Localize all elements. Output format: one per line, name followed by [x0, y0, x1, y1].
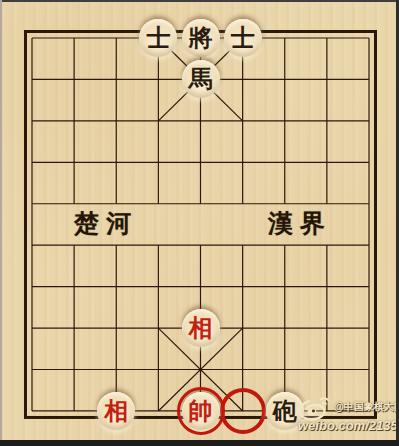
- black-advisor-f10[interactable]: 士: [224, 19, 262, 57]
- xiangqi-screenshot: 楚河 漢界 士將士馬相相帥砲 @中国象棋大师 weibo.com/2135753…: [0, 0, 399, 446]
- watermark-handle: @中国象棋大师: [334, 400, 399, 414]
- river-label-chu: 楚河: [74, 211, 138, 236]
- red-elephant-e3[interactable]: 相: [182, 309, 220, 347]
- red-elephant-c1[interactable]: 相: [97, 392, 135, 430]
- photo-edge-bottom: [0, 440, 399, 446]
- photo-edge-left: [0, 0, 2, 446]
- river-label-han: 漢界: [268, 211, 332, 236]
- red-general-e1[interactable]: 帥: [182, 392, 220, 430]
- black-horse-e9[interactable]: 馬: [182, 60, 220, 98]
- black-general-e10[interactable]: 將: [182, 19, 220, 57]
- last-move-origin-ring: [220, 388, 266, 434]
- watermark: @中国象棋大师 weibo.com/2135753194: [296, 391, 399, 441]
- photo-edge-top: [0, 0, 399, 2]
- xiangqi-board: 楚河 漢界 士將士馬相相帥砲 @中国象棋大师 weibo.com/2135753…: [0, 0, 399, 446]
- watermark-url: weibo.com/2135753194: [298, 418, 399, 433]
